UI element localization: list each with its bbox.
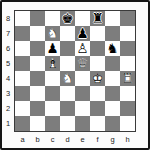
- square-b5[interactable]: [30, 56, 45, 71]
- square-c2[interactable]: [45, 101, 60, 116]
- square-a7[interactable]: [15, 26, 30, 41]
- square-f2[interactable]: [90, 101, 105, 116]
- square-e3[interactable]: [75, 86, 90, 101]
- square-b1[interactable]: [30, 116, 45, 131]
- square-h7[interactable]: [120, 26, 135, 41]
- square-e1[interactable]: [75, 116, 90, 131]
- square-b3[interactable]: [30, 86, 45, 101]
- square-c6[interactable]: ♟: [45, 41, 60, 56]
- square-f7[interactable]: [90, 26, 105, 41]
- square-f6[interactable]: [90, 41, 105, 56]
- square-e2[interactable]: [75, 101, 90, 116]
- square-d3[interactable]: [60, 86, 75, 101]
- black-piece-glyph: ♟: [75, 26, 90, 41]
- black-piece-glyph: ♞: [105, 41, 120, 56]
- square-e8[interactable]: [75, 11, 90, 26]
- square-f5[interactable]: [90, 56, 105, 71]
- square-h8[interactable]: [120, 11, 135, 26]
- chess-board: ♚♜♞♘♟♟♟♙♞♝♗♛♕♞♘♚♔♜♖: [14, 10, 136, 132]
- square-a4[interactable]: [15, 71, 30, 86]
- white-pawn-icon: ♟♙: [75, 41, 90, 56]
- rank-label-2: 2: [2, 101, 14, 116]
- square-d2[interactable]: [60, 101, 75, 116]
- square-f8[interactable]: ♜: [90, 11, 105, 26]
- rank-label-1: 1: [2, 116, 14, 131]
- rank-label-8: 8: [2, 11, 14, 26]
- square-h4[interactable]: ♜♖: [120, 71, 135, 86]
- square-b2[interactable]: [30, 101, 45, 116]
- square-c7[interactable]: ♞♘: [45, 26, 60, 41]
- square-h3[interactable]: [120, 86, 135, 101]
- square-a1[interactable]: [15, 116, 30, 131]
- square-c4[interactable]: [45, 71, 60, 86]
- white-piece-outline: ♔: [90, 71, 105, 86]
- black-king-icon: ♚: [60, 11, 75, 26]
- file-labels: abcdefgh: [15, 133, 135, 147]
- square-e6[interactable]: ♟♙: [75, 41, 90, 56]
- square-g4[interactable]: [105, 71, 120, 86]
- white-piece-outline: ♖: [120, 71, 135, 86]
- file-label-g: g: [105, 133, 120, 147]
- square-a2[interactable]: [15, 101, 30, 116]
- chess-diagram-frame: 87654321 ♚♜♞♘♟♟♟♙♞♝♗♛♕♞♘♚♔♜♖ abcdefgh: [0, 0, 150, 150]
- square-a5[interactable]: [15, 56, 30, 71]
- square-c8[interactable]: [45, 11, 60, 26]
- square-h1[interactable]: [120, 116, 135, 131]
- black-piece-glyph: ♟: [45, 41, 60, 56]
- black-piece-glyph: ♜: [90, 11, 105, 26]
- square-h2[interactable]: [120, 101, 135, 116]
- square-c3[interactable]: [45, 86, 60, 101]
- square-d7[interactable]: [60, 26, 75, 41]
- square-d4[interactable]: ♞♘: [60, 71, 75, 86]
- white-piece-outline: ♗: [45, 56, 60, 71]
- square-d8[interactable]: ♚: [60, 11, 75, 26]
- square-g8[interactable]: [105, 11, 120, 26]
- square-a6[interactable]: [15, 41, 30, 56]
- black-pawn-icon: ♟: [75, 26, 90, 41]
- square-f4[interactable]: ♚♔: [90, 71, 105, 86]
- white-queen-icon: ♛♕: [75, 56, 90, 71]
- square-e5[interactable]: ♛♕: [75, 56, 90, 71]
- square-b4[interactable]: [30, 71, 45, 86]
- square-a3[interactable]: [15, 86, 30, 101]
- white-rook-icon: ♜♖: [120, 71, 135, 86]
- white-piece-outline: ♘: [60, 71, 75, 86]
- rank-label-3: 3: [2, 86, 14, 101]
- square-f3[interactable]: [90, 86, 105, 101]
- square-h6[interactable]: [120, 41, 135, 56]
- white-knight-icon: ♞♘: [60, 71, 75, 86]
- white-piece-outline: ♕: [75, 56, 90, 71]
- file-label-f: f: [90, 133, 105, 147]
- file-label-a: a: [15, 133, 30, 147]
- square-e7[interactable]: ♟: [75, 26, 90, 41]
- rank-label-4: 4: [2, 71, 14, 86]
- square-b7[interactable]: [30, 26, 45, 41]
- square-h5[interactable]: [120, 56, 135, 71]
- square-g1[interactable]: [105, 116, 120, 131]
- square-d5[interactable]: [60, 56, 75, 71]
- rank-label-5: 5: [2, 56, 14, 71]
- file-label-h: h: [120, 133, 135, 147]
- square-g3[interactable]: [105, 86, 120, 101]
- black-rook-icon: ♜: [90, 11, 105, 26]
- white-king-icon: ♚♔: [90, 71, 105, 86]
- square-g6[interactable]: ♞: [105, 41, 120, 56]
- black-piece-glyph: ♚: [60, 11, 75, 26]
- file-label-e: e: [75, 133, 90, 147]
- file-label-c: c: [45, 133, 60, 147]
- rank-label-7: 7: [2, 26, 14, 41]
- black-pawn-icon: ♟: [45, 41, 60, 56]
- square-g2[interactable]: [105, 101, 120, 116]
- white-piece-outline: ♘: [45, 26, 60, 41]
- square-e4[interactable]: [75, 71, 90, 86]
- rank-label-6: 6: [2, 41, 14, 56]
- file-label-d: d: [60, 133, 75, 147]
- square-c1[interactable]: [45, 116, 60, 131]
- square-b8[interactable]: [30, 11, 45, 26]
- rank-labels: 87654321: [2, 11, 14, 131]
- white-bishop-icon: ♝♗: [45, 56, 60, 71]
- file-label-b: b: [30, 133, 45, 147]
- square-a8[interactable]: [15, 11, 30, 26]
- square-f1[interactable]: [90, 116, 105, 131]
- square-d6[interactable]: [60, 41, 75, 56]
- square-c5[interactable]: ♝♗: [45, 56, 60, 71]
- white-piece-outline: ♙: [75, 41, 90, 56]
- square-b6[interactable]: [30, 41, 45, 56]
- square-g5[interactable]: [105, 56, 120, 71]
- square-g7[interactable]: [105, 26, 120, 41]
- white-knight-icon: ♞♘: [45, 26, 60, 41]
- black-knight-icon: ♞: [105, 41, 120, 56]
- square-d1[interactable]: [60, 116, 75, 131]
